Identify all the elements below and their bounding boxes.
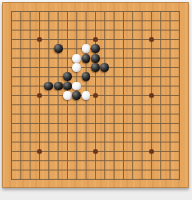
intersection[interactable]	[63, 128, 72, 137]
intersection[interactable]	[119, 156, 128, 165]
intersection[interactable]	[156, 81, 165, 90]
intersection[interactable]	[109, 165, 118, 174]
intersection[interactable]	[44, 137, 53, 146]
intersection[interactable]	[119, 165, 128, 174]
intersection[interactable]	[35, 128, 44, 137]
intersection[interactable]	[156, 72, 165, 81]
intersection[interactable]	[63, 109, 72, 118]
intersection[interactable]	[175, 109, 184, 118]
intersection[interactable]	[137, 81, 146, 90]
intersection[interactable]	[16, 44, 25, 53]
intersection[interactable]	[63, 7, 72, 16]
intersection[interactable]	[25, 128, 34, 137]
intersection[interactable]	[25, 16, 34, 25]
intersection[interactable]	[44, 72, 53, 81]
intersection[interactable]	[156, 165, 165, 174]
intersection[interactable]	[53, 137, 62, 146]
intersection[interactable]	[63, 81, 72, 90]
intersection[interactable]	[147, 25, 156, 34]
intersection[interactable]	[128, 81, 137, 90]
intersection[interactable]	[35, 100, 44, 109]
intersection[interactable]	[100, 165, 109, 174]
intersection[interactable]	[128, 165, 137, 174]
intersection[interactable]	[100, 128, 109, 137]
intersection[interactable]	[165, 81, 174, 90]
intersection[interactable]	[16, 109, 25, 118]
intersection[interactable]	[128, 7, 137, 16]
intersection[interactable]	[44, 63, 53, 72]
intersection[interactable]	[100, 25, 109, 34]
intersection[interactable]	[25, 91, 34, 100]
intersection[interactable]	[100, 44, 109, 53]
intersection[interactable]	[63, 91, 72, 100]
intersection[interactable]	[147, 35, 156, 44]
intersection[interactable]	[156, 7, 165, 16]
intersection[interactable]	[109, 44, 118, 53]
intersection[interactable]	[44, 165, 53, 174]
intersection[interactable]	[81, 100, 90, 109]
intersection[interactable]	[72, 16, 81, 25]
intersection[interactable]	[109, 175, 118, 184]
intersection[interactable]	[25, 109, 34, 118]
intersection[interactable]	[128, 16, 137, 25]
intersection[interactable]	[72, 72, 81, 81]
intersection[interactable]	[128, 72, 137, 81]
intersection[interactable]	[165, 100, 174, 109]
intersection[interactable]	[25, 44, 34, 53]
intersection[interactable]	[128, 128, 137, 137]
intersection[interactable]	[165, 137, 174, 146]
intersection[interactable]	[53, 72, 62, 81]
intersection[interactable]	[63, 156, 72, 165]
intersection[interactable]	[119, 44, 128, 53]
intersection[interactable]	[128, 25, 137, 34]
intersection[interactable]	[119, 128, 128, 137]
intersection[interactable]	[25, 165, 34, 174]
intersection[interactable]	[72, 63, 81, 72]
intersection[interactable]	[100, 119, 109, 128]
intersection[interactable]	[72, 147, 81, 156]
intersection[interactable]	[7, 81, 16, 90]
intersection[interactable]	[128, 91, 137, 100]
intersection[interactable]	[137, 16, 146, 25]
intersection[interactable]	[147, 16, 156, 25]
intersection[interactable]	[16, 25, 25, 34]
intersection[interactable]	[35, 175, 44, 184]
intersection[interactable]	[81, 16, 90, 25]
intersection[interactable]	[72, 156, 81, 165]
intersection[interactable]	[156, 91, 165, 100]
intersection[interactable]	[63, 147, 72, 156]
intersection[interactable]	[175, 7, 184, 16]
intersection[interactable]	[165, 63, 174, 72]
intersection[interactable]	[7, 119, 16, 128]
intersection[interactable]	[109, 109, 118, 118]
intersection[interactable]	[72, 91, 81, 100]
intersection[interactable]	[16, 156, 25, 165]
intersection[interactable]	[16, 35, 25, 44]
intersection[interactable]	[165, 7, 174, 16]
intersection[interactable]	[109, 72, 118, 81]
intersection[interactable]	[137, 53, 146, 62]
intersection[interactable]	[53, 91, 62, 100]
intersection[interactable]	[7, 63, 16, 72]
intersection[interactable]	[109, 137, 118, 146]
intersection[interactable]	[44, 16, 53, 25]
intersection[interactable]	[137, 44, 146, 53]
intersection[interactable]	[53, 100, 62, 109]
intersection[interactable]	[147, 175, 156, 184]
intersection[interactable]	[100, 91, 109, 100]
intersection[interactable]	[137, 147, 146, 156]
intersection[interactable]	[119, 63, 128, 72]
intersection[interactable]	[53, 7, 62, 16]
intersection[interactable]	[109, 53, 118, 62]
intersection[interactable]	[63, 63, 72, 72]
intersection[interactable]	[119, 109, 128, 118]
intersection[interactable]	[175, 35, 184, 44]
intersection[interactable]	[147, 44, 156, 53]
intersection[interactable]	[91, 7, 100, 16]
intersection[interactable]	[175, 81, 184, 90]
intersection[interactable]	[25, 53, 34, 62]
intersection[interactable]	[128, 156, 137, 165]
intersection[interactable]	[72, 175, 81, 184]
intersection[interactable]	[44, 109, 53, 118]
intersection[interactable]	[175, 128, 184, 137]
intersection[interactable]	[156, 16, 165, 25]
intersection[interactable]	[147, 119, 156, 128]
intersection[interactable]	[16, 119, 25, 128]
intersection[interactable]	[44, 7, 53, 16]
intersection[interactable]	[81, 7, 90, 16]
intersection[interactable]	[147, 81, 156, 90]
intersection[interactable]	[25, 147, 34, 156]
intersection[interactable]	[137, 119, 146, 128]
intersection[interactable]	[25, 81, 34, 90]
intersection[interactable]	[91, 16, 100, 25]
intersection[interactable]	[119, 119, 128, 128]
intersection[interactable]	[44, 91, 53, 100]
intersection[interactable]	[100, 137, 109, 146]
intersection[interactable]	[35, 7, 44, 16]
intersection[interactable]	[147, 7, 156, 16]
intersection[interactable]	[35, 53, 44, 62]
intersection[interactable]	[119, 81, 128, 90]
intersection[interactable]	[91, 91, 100, 100]
intersection[interactable]	[25, 25, 34, 34]
intersection[interactable]	[147, 100, 156, 109]
intersection[interactable]	[128, 119, 137, 128]
intersection[interactable]	[35, 165, 44, 174]
intersection[interactable]	[156, 100, 165, 109]
intersection[interactable]	[137, 35, 146, 44]
intersection[interactable]	[16, 128, 25, 137]
intersection[interactable]	[91, 100, 100, 109]
intersection[interactable]	[35, 81, 44, 90]
intersection[interactable]	[72, 128, 81, 137]
intersection[interactable]	[156, 137, 165, 146]
intersection[interactable]	[109, 147, 118, 156]
intersection[interactable]	[147, 156, 156, 165]
intersection[interactable]	[81, 44, 90, 53]
intersection[interactable]	[25, 119, 34, 128]
intersection[interactable]	[156, 147, 165, 156]
intersection[interactable]	[53, 63, 62, 72]
intersection[interactable]	[7, 91, 16, 100]
intersection[interactable]	[16, 91, 25, 100]
intersection[interactable]	[35, 156, 44, 165]
intersection[interactable]	[81, 119, 90, 128]
intersection[interactable]	[63, 53, 72, 62]
intersection[interactable]	[63, 16, 72, 25]
intersection[interactable]	[81, 72, 90, 81]
intersection[interactable]	[7, 44, 16, 53]
intersection[interactable]	[128, 35, 137, 44]
intersection[interactable]	[137, 165, 146, 174]
intersection[interactable]	[119, 100, 128, 109]
intersection[interactable]	[44, 81, 53, 90]
intersection[interactable]	[35, 25, 44, 34]
intersection[interactable]	[7, 53, 16, 62]
intersection[interactable]	[72, 165, 81, 174]
intersection[interactable]	[165, 165, 174, 174]
intersection[interactable]	[53, 53, 62, 62]
intersection[interactable]	[128, 63, 137, 72]
intersection[interactable]	[35, 91, 44, 100]
intersection[interactable]	[35, 109, 44, 118]
intersection[interactable]	[44, 44, 53, 53]
intersection[interactable]	[147, 147, 156, 156]
intersection[interactable]	[100, 156, 109, 165]
intersection[interactable]	[165, 53, 174, 62]
intersection[interactable]	[63, 35, 72, 44]
intersection[interactable]	[16, 81, 25, 90]
intersection[interactable]	[63, 44, 72, 53]
intersection[interactable]	[147, 165, 156, 174]
intersection[interactable]	[63, 175, 72, 184]
intersection[interactable]	[91, 119, 100, 128]
intersection[interactable]	[100, 7, 109, 16]
intersection[interactable]	[81, 128, 90, 137]
intersection[interactable]	[16, 72, 25, 81]
intersection[interactable]	[7, 35, 16, 44]
intersection[interactable]	[147, 128, 156, 137]
intersection[interactable]	[165, 175, 174, 184]
intersection[interactable]	[109, 91, 118, 100]
intersection[interactable]	[53, 156, 62, 165]
intersection[interactable]	[81, 35, 90, 44]
intersection[interactable]	[109, 128, 118, 137]
intersection[interactable]	[165, 119, 174, 128]
intersection[interactable]	[165, 25, 174, 34]
intersection[interactable]	[100, 63, 109, 72]
intersection[interactable]	[100, 53, 109, 62]
intersection[interactable]	[53, 44, 62, 53]
intersection[interactable]	[175, 44, 184, 53]
intersection[interactable]	[91, 53, 100, 62]
intersection[interactable]	[137, 91, 146, 100]
intersection[interactable]	[91, 81, 100, 90]
intersection[interactable]	[156, 128, 165, 137]
intersection[interactable]	[147, 109, 156, 118]
intersection[interactable]	[137, 7, 146, 16]
intersection[interactable]	[91, 109, 100, 118]
intersection[interactable]	[7, 175, 16, 184]
intersection[interactable]	[16, 63, 25, 72]
intersection[interactable]	[156, 44, 165, 53]
intersection[interactable]	[63, 25, 72, 34]
intersection[interactable]	[7, 137, 16, 146]
intersection[interactable]	[175, 156, 184, 165]
intersection[interactable]	[165, 44, 174, 53]
intersection[interactable]	[81, 165, 90, 174]
intersection[interactable]	[35, 16, 44, 25]
intersection[interactable]	[128, 53, 137, 62]
intersection[interactable]	[128, 109, 137, 118]
intersection[interactable]	[137, 128, 146, 137]
intersection[interactable]	[72, 81, 81, 90]
intersection[interactable]	[137, 63, 146, 72]
intersection[interactable]	[109, 16, 118, 25]
intersection[interactable]	[156, 175, 165, 184]
intersection[interactable]	[100, 16, 109, 25]
intersection[interactable]	[16, 165, 25, 174]
intersection[interactable]	[91, 137, 100, 146]
intersection[interactable]	[72, 119, 81, 128]
intersection[interactable]	[81, 53, 90, 62]
intersection[interactable]	[16, 147, 25, 156]
intersection[interactable]	[128, 175, 137, 184]
intersection[interactable]	[156, 35, 165, 44]
intersection[interactable]	[128, 147, 137, 156]
intersection[interactable]	[25, 100, 34, 109]
intersection[interactable]	[137, 25, 146, 34]
intersection[interactable]	[109, 25, 118, 34]
intersection[interactable]	[175, 137, 184, 146]
intersection[interactable]	[175, 119, 184, 128]
intersection[interactable]	[147, 137, 156, 146]
intersection[interactable]	[35, 72, 44, 81]
intersection[interactable]	[44, 25, 53, 34]
intersection[interactable]	[35, 147, 44, 156]
intersection[interactable]	[100, 81, 109, 90]
intersection[interactable]	[175, 165, 184, 174]
intersection[interactable]	[91, 147, 100, 156]
intersection[interactable]	[165, 91, 174, 100]
intersection[interactable]	[91, 175, 100, 184]
intersection[interactable]	[16, 100, 25, 109]
intersection[interactable]	[156, 156, 165, 165]
intersection[interactable]	[63, 119, 72, 128]
intersection[interactable]	[25, 156, 34, 165]
intersection[interactable]	[100, 72, 109, 81]
intersection[interactable]	[100, 109, 109, 118]
intersection[interactable]	[63, 100, 72, 109]
intersection[interactable]	[16, 137, 25, 146]
intersection[interactable]	[7, 109, 16, 118]
intersection[interactable]	[72, 109, 81, 118]
intersection[interactable]	[7, 100, 16, 109]
intersection[interactable]	[7, 7, 16, 16]
intersection[interactable]	[35, 137, 44, 146]
intersection[interactable]	[137, 100, 146, 109]
intersection[interactable]	[81, 137, 90, 146]
intersection[interactable]	[44, 156, 53, 165]
intersection[interactable]	[7, 156, 16, 165]
intersection[interactable]	[109, 100, 118, 109]
intersection[interactable]	[100, 100, 109, 109]
intersection[interactable]	[137, 175, 146, 184]
intersection[interactable]	[25, 7, 34, 16]
intersection[interactable]	[128, 44, 137, 53]
intersection[interactable]	[25, 175, 34, 184]
intersection[interactable]	[109, 7, 118, 16]
intersection[interactable]	[175, 25, 184, 34]
intersection[interactable]	[137, 156, 146, 165]
intersection[interactable]	[156, 53, 165, 62]
intersection[interactable]	[53, 16, 62, 25]
intersection[interactable]	[100, 175, 109, 184]
intersection[interactable]	[72, 53, 81, 62]
intersection[interactable]	[35, 44, 44, 53]
intersection[interactable]	[147, 53, 156, 62]
intersection[interactable]	[119, 137, 128, 146]
intersection[interactable]	[91, 44, 100, 53]
intersection[interactable]	[44, 100, 53, 109]
intersection[interactable]	[16, 53, 25, 62]
intersection[interactable]	[147, 91, 156, 100]
intersection[interactable]	[7, 72, 16, 81]
intersection[interactable]	[156, 63, 165, 72]
intersection[interactable]	[175, 16, 184, 25]
intersection[interactable]	[72, 7, 81, 16]
intersection[interactable]	[109, 156, 118, 165]
intersection[interactable]	[91, 35, 100, 44]
intersection[interactable]	[175, 72, 184, 81]
intersection[interactable]	[165, 156, 174, 165]
intersection[interactable]	[63, 137, 72, 146]
intersection[interactable]	[25, 35, 34, 44]
intersection[interactable]	[119, 175, 128, 184]
intersection[interactable]	[7, 147, 16, 156]
intersection[interactable]	[81, 25, 90, 34]
intersection[interactable]	[44, 147, 53, 156]
intersection[interactable]	[147, 63, 156, 72]
intersection[interactable]	[165, 147, 174, 156]
intersection[interactable]	[81, 91, 90, 100]
intersection[interactable]	[72, 25, 81, 34]
intersection[interactable]	[137, 137, 146, 146]
intersection[interactable]	[72, 137, 81, 146]
intersection[interactable]	[175, 147, 184, 156]
intersection[interactable]	[128, 137, 137, 146]
intersection[interactable]	[109, 81, 118, 90]
intersection[interactable]	[53, 165, 62, 174]
intersection[interactable]	[53, 25, 62, 34]
intersection[interactable]	[128, 100, 137, 109]
intersection[interactable]	[156, 25, 165, 34]
intersection[interactable]	[72, 35, 81, 44]
intersection[interactable]	[81, 109, 90, 118]
intersection[interactable]	[91, 156, 100, 165]
intersection[interactable]	[91, 72, 100, 81]
intersection[interactable]	[165, 72, 174, 81]
intersection[interactable]	[63, 165, 72, 174]
intersection[interactable]	[7, 16, 16, 25]
intersection[interactable]	[53, 119, 62, 128]
intersection[interactable]	[16, 175, 25, 184]
